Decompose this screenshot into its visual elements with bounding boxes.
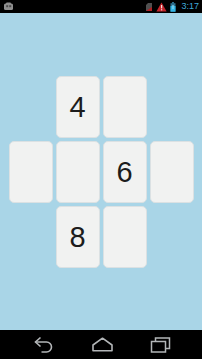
status-bar: 3:17 [0, 0, 202, 13]
card-r2c1-blank[interactable] [9, 141, 53, 203]
recents-icon [150, 337, 171, 353]
back-icon [32, 336, 55, 353]
status-clock: 3:17 [181, 0, 199, 13]
navigation-bar [0, 330, 202, 359]
android-screen: 3:17 4 6 8 [0, 0, 202, 359]
status-bar-right: 3:17 [145, 0, 199, 13]
card-r3c3-blank[interactable] [103, 206, 147, 268]
notification-icon [3, 2, 14, 11]
battery-icon [170, 2, 176, 12]
card-r1c3-blank[interactable] [103, 76, 147, 138]
card-grid: 4 6 8 [9, 76, 194, 268]
card-r1c2-number-4[interactable]: 4 [56, 76, 100, 138]
game-area: 4 6 8 [0, 13, 202, 330]
card-r3c2-number-8[interactable]: 8 [56, 206, 100, 268]
card-r2c2-blank[interactable] [56, 141, 100, 203]
no-sim-icon [145, 2, 153, 12]
home-button[interactable] [91, 337, 114, 352]
card-r2c3-number-6[interactable]: 6 [103, 141, 147, 203]
back-button[interactable] [32, 336, 55, 353]
recents-button[interactable] [150, 337, 171, 353]
home-icon [91, 337, 114, 352]
status-bar-left [3, 2, 14, 11]
card-r2c4-blank[interactable] [150, 141, 194, 203]
warning-icon [156, 2, 167, 12]
